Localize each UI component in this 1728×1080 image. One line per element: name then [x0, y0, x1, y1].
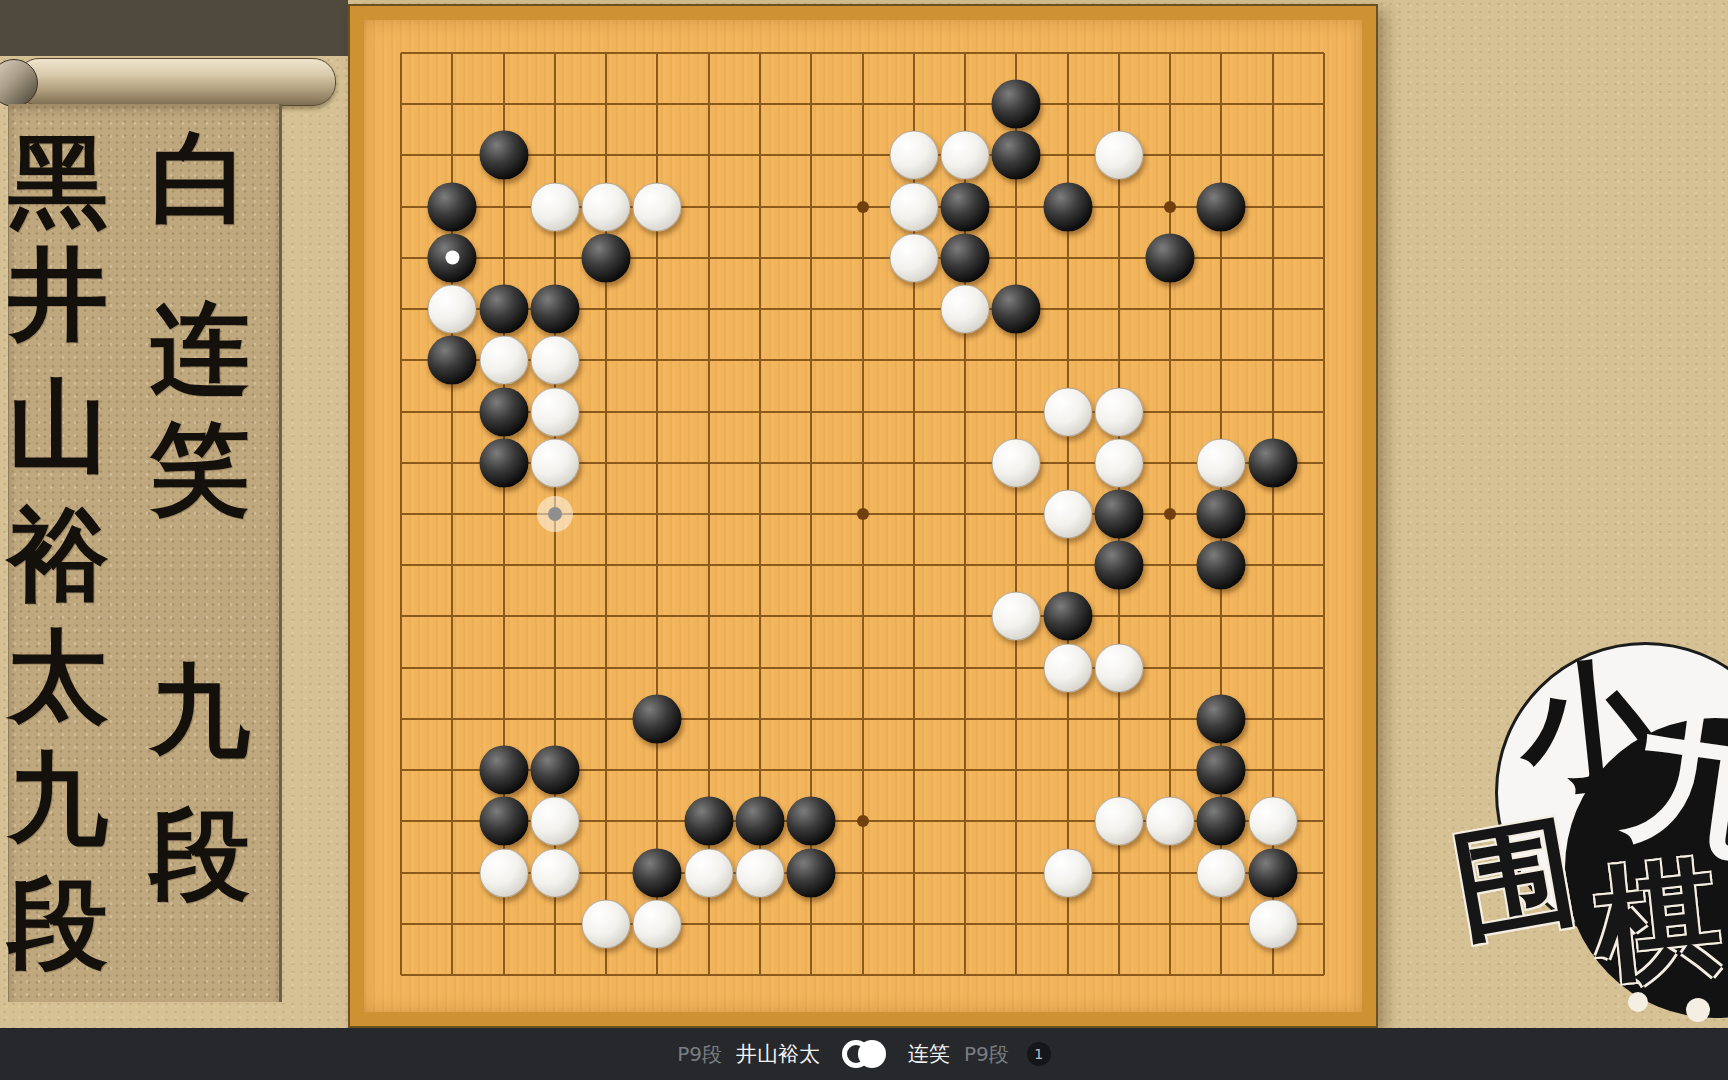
calligraphy-char: 白	[150, 130, 250, 230]
calligraphy-char: 段	[8, 875, 108, 975]
turn-indicator-icon	[842, 1040, 886, 1068]
move-counter-badge: 1	[1027, 1042, 1051, 1066]
go-board[interactable]	[348, 4, 1378, 1028]
white-player-name: 连笑	[908, 1040, 950, 1068]
white-stone-icon	[858, 1040, 886, 1068]
calligraphy-char: 裕	[8, 506, 108, 606]
logo-black-stone-icon	[1565, 718, 1728, 1018]
calligraphy-char: 连	[150, 300, 250, 400]
calligraphy-char: 段	[150, 806, 250, 906]
black-player-rank: P9段	[677, 1041, 722, 1068]
app-screen: 白连笑九段黑井山裕太九段 小 九 围 棋 P9段 井山裕太 连笑 P9段 1	[0, 0, 1728, 1080]
logo-char-qi: 棋	[1589, 854, 1726, 991]
status-bar: P9段 井山裕太 连笑 P9段 1	[0, 1028, 1728, 1080]
calligraphy-char: 笑	[150, 420, 250, 520]
logo-dot-icon	[1628, 992, 1648, 1012]
calligraphy-char: 太	[8, 628, 108, 728]
go-board-surface	[364, 20, 1362, 1012]
logo-char-wei: 围	[1445, 810, 1584, 949]
logo-dot-icon	[1686, 998, 1710, 1022]
logo-char-jiu: 九	[1618, 700, 1728, 869]
calligraphy-char: 黑	[8, 133, 108, 233]
scroll-roller-bar	[16, 58, 336, 106]
calligraphy-char: 山	[8, 378, 108, 478]
black-player-name: 井山裕太	[736, 1040, 820, 1068]
calligraphy-char: 井	[8, 246, 108, 346]
scroll-top-shadow	[0, 0, 348, 56]
app-logo: 小 九 围 棋	[1360, 580, 1728, 1028]
calligraphy-char: 九	[150, 662, 250, 762]
calligraphy-char: 九	[8, 750, 108, 850]
logo-white-stone-icon	[1495, 642, 1728, 943]
logo-char-xiao: 小	[1513, 653, 1661, 801]
white-player-rank: P9段	[964, 1041, 1009, 1068]
